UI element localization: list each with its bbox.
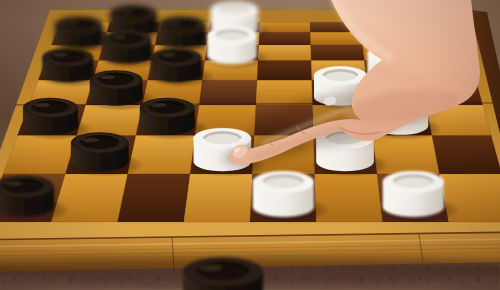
square-r6c6[interactable] — [311, 45, 365, 61]
square-r4c4[interactable] — [199, 80, 257, 105]
board-render — [0, 0, 500, 290]
square-r5c5[interactable] — [257, 61, 312, 81]
square-r1c4[interactable] — [184, 174, 253, 222]
checkers-photo-scene — [0, 0, 500, 290]
square-r1c3[interactable] — [118, 174, 191, 222]
square-r2c8[interactable] — [432, 136, 500, 174]
